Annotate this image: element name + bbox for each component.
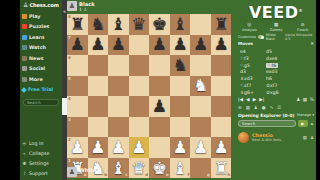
app-window: ♙ Chess.com PlayPuzzlesLearnWatchNewsSoc… bbox=[0, 0, 320, 180]
bot-card[interactable]: Chessio Beat & Win bots ▦♟ bbox=[238, 132, 314, 143]
sidebar-item-label: Social bbox=[29, 66, 45, 71]
learn-icon bbox=[22, 35, 27, 40]
tab-coach[interactable]: ⊘Coach bbox=[289, 22, 316, 32]
white-pawn-g2: ♟ bbox=[193, 139, 208, 156]
square-d8[interactable]: ♛ bbox=[129, 14, 150, 35]
rank-label: 1 bbox=[68, 159, 71, 163]
square-e7[interactable]: ♟ bbox=[149, 35, 170, 56]
move-1-white[interactable]: e4 bbox=[238, 49, 266, 54]
white-knight-g5: ♞ bbox=[193, 77, 208, 94]
square-e4[interactable]: ♟ bbox=[149, 96, 170, 117]
sidebar: ♙ Chess.com PlayPuzzlesLearnWatchNewsSoc… bbox=[20, 0, 62, 180]
sidebar-bottom-menu: ⎆Log In«Collapse✱Settings?Support bbox=[20, 138, 62, 178]
board-icon[interactable]: ▦ bbox=[303, 135, 307, 140]
white-avatar[interactable]: ♟ bbox=[67, 167, 77, 177]
explorer-title: Opening Explorer (0-0) bbox=[238, 113, 295, 118]
move-6-white[interactable]: ♘xf7 bbox=[238, 83, 266, 88]
sidebar-item-puzzles[interactable]: Puzzles bbox=[20, 22, 62, 33]
rank-label: 8 bbox=[68, 15, 71, 19]
black-pawn-b7: ♟ bbox=[90, 36, 105, 53]
tab-label: Coach bbox=[297, 28, 308, 32]
white-pawn-h2: ♟ bbox=[213, 139, 228, 156]
square-f2[interactable]: ♟ bbox=[170, 137, 191, 158]
settings-icon: ✱ bbox=[22, 161, 27, 166]
move-4-black[interactable]: exd3 bbox=[266, 69, 306, 74]
square-g2[interactable]: ♟ bbox=[190, 137, 211, 158]
square-e3[interactable] bbox=[149, 117, 170, 138]
bot-name: Chessio bbox=[252, 133, 281, 138]
white-pawn-a2: ♟ bbox=[70, 139, 85, 156]
panel-tabs: ◎Analysis▦Games⊘Coach bbox=[236, 22, 316, 32]
square-h5[interactable] bbox=[211, 76, 232, 97]
board-icon[interactable]: ▦ bbox=[303, 97, 307, 102]
play-pawn-icon bbox=[22, 14, 27, 19]
panel-toolbar: ⊕▦♟●✎☰ bbox=[238, 105, 314, 110]
square-c7[interactable]: ♟ bbox=[108, 35, 129, 56]
square-f4[interactable] bbox=[170, 96, 191, 117]
square-d4[interactable] bbox=[129, 96, 150, 117]
menu-icon[interactable]: ☰ bbox=[277, 105, 281, 110]
sidebar-item-label: Collapse bbox=[29, 151, 49, 156]
square-d3[interactable] bbox=[129, 117, 150, 138]
sidebar-item-learn[interactable]: Learn bbox=[20, 32, 62, 43]
square-a6[interactable]: 6 bbox=[67, 55, 88, 76]
square-f8[interactable]: ♝ bbox=[170, 14, 191, 35]
eval-icon[interactable]: % bbox=[310, 97, 314, 102]
move-row-1: e4d5 bbox=[238, 48, 314, 55]
search-extra-icon[interactable]: ✦ bbox=[310, 121, 314, 127]
rank-label: 7 bbox=[68, 36, 71, 40]
black-bishop-c8: ♝ bbox=[111, 16, 126, 33]
white-pawn-d2: ♟ bbox=[131, 139, 146, 156]
black-knight-b8: ♞ bbox=[90, 16, 105, 33]
black-rook-h8: ♜ bbox=[213, 16, 228, 33]
move-row-4: d3exd3 bbox=[238, 69, 314, 76]
square-f6[interactable]: ♞ bbox=[170, 55, 191, 76]
sidebar-item-log-in[interactable]: ⎆Log In bbox=[20, 138, 62, 148]
collapse-icon: « bbox=[22, 151, 27, 156]
black-pawn-e7: ♟ bbox=[152, 36, 167, 53]
sidebar-search-input[interactable]: Search bbox=[23, 99, 59, 106]
next-move-icon[interactable]: ▶ bbox=[253, 97, 257, 102]
square-c3[interactable] bbox=[108, 117, 129, 138]
more-icon bbox=[22, 77, 27, 82]
veed-logo: VEED® bbox=[236, 2, 316, 22]
pawn-icon: ♙ bbox=[23, 2, 28, 8]
square-d6[interactable] bbox=[129, 55, 150, 76]
square-b3[interactable] bbox=[88, 117, 109, 138]
captured-pieces: 1 ♙ bbox=[79, 7, 95, 12]
square-h3[interactable] bbox=[211, 117, 232, 138]
square-a5[interactable]: 5 bbox=[67, 76, 88, 97]
move-row-6: ♘xf7♔xf7 bbox=[238, 82, 314, 89]
rank-label: 5 bbox=[68, 77, 71, 81]
square-a8[interactable]: 8♜ bbox=[67, 14, 88, 35]
move-1-black[interactable]: d5 bbox=[266, 49, 306, 54]
opening-explorer-header: Opening Explorer (0-0) Manage ▾ bbox=[238, 113, 314, 118]
move-5-white[interactable]: ♗xd3 bbox=[238, 76, 266, 81]
color-options[interactable]: White Black bbox=[266, 33, 283, 41]
first-move-icon[interactable]: |◀ bbox=[238, 97, 243, 102]
sidebar-item-label: Support bbox=[29, 171, 48, 176]
social-icon bbox=[22, 66, 27, 71]
move-row-3: ♘g5♘f6 bbox=[238, 62, 314, 69]
watch-icon bbox=[22, 45, 27, 50]
sidebar-item-watch[interactable]: Watch bbox=[20, 43, 62, 54]
white-pawn-b2: ♟ bbox=[90, 139, 105, 156]
close-icon[interactable]: ✕ bbox=[310, 41, 314, 46]
white-pawn-f2: ♟ bbox=[172, 139, 187, 156]
coach-icon: ⊘ bbox=[301, 22, 305, 27]
sidebar-item-label: Puzzles bbox=[29, 24, 49, 29]
sidebar-item-label: Log In bbox=[29, 141, 44, 146]
square-h6[interactable] bbox=[211, 55, 232, 76]
sidebar-item-label: More bbox=[29, 77, 43, 82]
black-pawn-a7: ♟ bbox=[70, 36, 85, 53]
customize-row[interactable]: Customize White Black Alpha Wikipedia 4.… bbox=[238, 33, 314, 41]
sidebar-item-play[interactable]: Play bbox=[20, 11, 62, 22]
square-c2[interactable]: ♟ bbox=[108, 137, 129, 158]
diamond-icon bbox=[21, 87, 27, 93]
page-background: ♙ Chess.com PlayPuzzlesLearnWatchNewsSoc… bbox=[20, 0, 316, 180]
explorer-search-row: Search ▶ ✦ bbox=[238, 120, 314, 127]
square-a4[interactable]: 4 bbox=[67, 96, 88, 117]
bot-avatar bbox=[238, 132, 249, 143]
sidebar-item-label: Play bbox=[29, 14, 40, 19]
sidebar-item-settings[interactable]: ✱Settings bbox=[20, 158, 62, 168]
square-c8[interactable]: ♝ bbox=[108, 14, 129, 35]
square-d2[interactable]: ♟ bbox=[129, 137, 150, 158]
customize-extra: Alpha Wikipedia 4.5 bbox=[285, 33, 314, 41]
black-avatar[interactable]: ♟ bbox=[67, 1, 77, 11]
sidebar-item-label: Settings bbox=[29, 161, 49, 166]
pawn-icon[interactable]: ♟ bbox=[310, 135, 314, 140]
square-b7[interactable]: ♟ bbox=[88, 35, 109, 56]
bot-subtitle: Beat & Win bots bbox=[252, 138, 281, 142]
explorer-manage-button[interactable]: Manage ▾ bbox=[297, 113, 314, 117]
games-icon: ▦ bbox=[274, 22, 278, 27]
sidebar-item-free-trial[interactable]: Free Trial bbox=[20, 85, 62, 96]
square-e5[interactable] bbox=[149, 76, 170, 97]
profile-icon[interactable]: ● bbox=[262, 105, 266, 110]
square-b2[interactable]: ♟ bbox=[88, 137, 109, 158]
sidebar-item-social[interactable]: Social bbox=[20, 64, 62, 75]
black-bishop-f8: ♝ bbox=[172, 16, 187, 33]
pawn-icon[interactable]: ♟ bbox=[254, 105, 258, 110]
prev-move-icon[interactable]: ◀ bbox=[246, 97, 250, 102]
player-name: White bbox=[79, 167, 96, 173]
square-f3[interactable] bbox=[170, 117, 191, 138]
sidebar-item-news[interactable]: News bbox=[20, 53, 62, 64]
move-3-white[interactable]: ♘g5 bbox=[238, 63, 266, 68]
square-f5[interactable] bbox=[170, 76, 191, 97]
move-7-black[interactable]: ♔xg6 bbox=[266, 90, 306, 95]
rank-label: 3 bbox=[68, 118, 71, 122]
sidebar-item-collapse[interactable]: «Collapse bbox=[20, 148, 62, 158]
rank-label: 6 bbox=[68, 56, 71, 60]
news-icon bbox=[22, 56, 27, 61]
grid-icon[interactable]: ▦ bbox=[246, 105, 250, 110]
black-rook-a8: ♜ bbox=[70, 16, 85, 33]
square-g7[interactable]: ♟ bbox=[190, 35, 211, 56]
square-e8[interactable]: ♚ bbox=[149, 14, 170, 35]
explorer-search-input[interactable]: Search bbox=[238, 120, 296, 127]
square-d5[interactable] bbox=[129, 76, 150, 97]
black-queen-d8: ♛ bbox=[131, 16, 146, 33]
edit-icon[interactable]: ✎ bbox=[270, 105, 274, 110]
playback-controls: |◀◀▶▶| ♟▦% bbox=[238, 97, 314, 102]
last-move-icon[interactable]: ▶| bbox=[259, 97, 264, 102]
square-b4[interactable] bbox=[88, 96, 109, 117]
square-g5[interactable]: ♞ bbox=[190, 76, 211, 97]
search-send-button[interactable]: ▶ bbox=[298, 120, 308, 127]
moves-header: Moves ✕ bbox=[238, 41, 314, 46]
tab-label: Analysis bbox=[242, 28, 257, 32]
move-row-7: ♗g6+♔xg6 bbox=[238, 89, 314, 96]
tab-games[interactable]: ▦Games bbox=[263, 22, 290, 32]
square-d7[interactable] bbox=[129, 35, 150, 56]
square-e2[interactable] bbox=[149, 137, 170, 158]
rank-label: 2 bbox=[68, 138, 71, 142]
square-c6[interactable] bbox=[108, 55, 129, 76]
login-icon: ⎆ bbox=[22, 141, 27, 146]
support-icon: ? bbox=[22, 171, 27, 176]
square-g6[interactable] bbox=[190, 55, 211, 76]
move-2-black[interactable]: dxe4 bbox=[266, 56, 306, 61]
black-knight-f6: ♞ bbox=[172, 57, 187, 74]
black-pawn-h7: ♟ bbox=[213, 36, 228, 53]
move-4-white[interactable]: d3 bbox=[238, 69, 266, 74]
square-g8[interactable] bbox=[190, 14, 211, 35]
move-row-2: ♘f3dxe4 bbox=[238, 55, 314, 62]
square-a3[interactable]: 3 bbox=[67, 117, 88, 138]
move-5-black[interactable]: h6 bbox=[266, 76, 306, 81]
square-a2[interactable]: 2♟ bbox=[67, 137, 88, 158]
chesscom-logo[interactable]: ♙ Chess.com bbox=[20, 0, 62, 11]
analysis-icon: ◎ bbox=[247, 22, 251, 27]
add-icon[interactable]: ⊕ bbox=[238, 105, 242, 110]
sidebar-item-more[interactable]: More bbox=[20, 74, 62, 85]
tab-analysis[interactable]: ◎Analysis bbox=[236, 22, 263, 32]
move-6-black[interactable]: ♔xf7 bbox=[266, 83, 306, 88]
captured-pawn-icon: ♙ bbox=[83, 7, 87, 12]
tab-label: Games bbox=[270, 28, 283, 32]
square-a7[interactable]: 7♟ bbox=[67, 35, 88, 56]
black-pawn-g7: ♟ bbox=[193, 36, 208, 53]
sidebar-item-label: Watch bbox=[29, 45, 46, 50]
move-7-white[interactable]: ♗g6+ bbox=[238, 90, 266, 95]
square-b6[interactable] bbox=[88, 55, 109, 76]
analysis-panel: VEED® ◎Analysis▦Games⊘Coach Customize Wh… bbox=[236, 0, 316, 180]
square-e6[interactable] bbox=[149, 55, 170, 76]
square-g3[interactable] bbox=[190, 117, 211, 138]
color-toggle[interactable] bbox=[258, 35, 264, 39]
square-c4[interactable] bbox=[108, 96, 129, 117]
square-b8[interactable]: ♞ bbox=[88, 14, 109, 35]
rank-label: 4 bbox=[68, 97, 71, 101]
move-3-black[interactable]: ♘f6 bbox=[266, 63, 306, 68]
move-2-white[interactable]: ♘f3 bbox=[238, 56, 266, 61]
square-g4[interactable] bbox=[190, 96, 211, 117]
square-f7[interactable]: ♟ bbox=[170, 35, 191, 56]
sidebar-item-support[interactable]: ?Support bbox=[20, 168, 62, 178]
player-info-black: ♟ Black 1 ♙ bbox=[67, 1, 232, 12]
black-pawn-e4: ♟ bbox=[152, 98, 167, 115]
square-h7[interactable]: ♟ bbox=[211, 35, 232, 56]
square-h8[interactable]: ♜ bbox=[211, 14, 232, 35]
sidebar-item-label: Free Trial bbox=[28, 87, 53, 92]
logo-text: Chess.com bbox=[29, 2, 58, 8]
black-king-e8: ♚ bbox=[152, 16, 167, 33]
square-b5[interactable] bbox=[88, 76, 109, 97]
move-list: e4d5♘f3dxe4♘g5♘f6d3exd3♗xd3h6♘xf7♔xf7♗g6… bbox=[238, 48, 314, 96]
white-pawn-c2: ♟ bbox=[111, 139, 126, 156]
customize-label: Customize bbox=[238, 35, 256, 39]
player-info-white: ♟ White bbox=[67, 167, 232, 177]
chess-board[interactable]: 8♜♞♝♛♚♝♜7♟♟♟♟♟♟♟6♞5♞4♟32♟♟♟♟♟♟♟1a♜b♞c♝d♛… bbox=[67, 14, 231, 178]
black-pawn-c7: ♟ bbox=[111, 36, 126, 53]
move-row-5: ♗xd3h6 bbox=[238, 75, 314, 82]
square-h2[interactable]: ♟ bbox=[211, 137, 232, 158]
sidebar-item-label: News bbox=[29, 56, 44, 61]
sidebar-menu: PlayPuzzlesLearnWatchNewsSocialMore bbox=[20, 11, 62, 85]
pieces-icon[interactable]: ♟ bbox=[296, 97, 300, 102]
puzzle-icon bbox=[22, 24, 27, 29]
black-pawn-f7: ♟ bbox=[172, 36, 187, 53]
square-h4[interactable] bbox=[211, 96, 232, 117]
square-c5[interactable] bbox=[108, 76, 129, 97]
sidebar-item-label: Learn bbox=[29, 35, 44, 40]
moves-title: Moves bbox=[238, 41, 253, 46]
